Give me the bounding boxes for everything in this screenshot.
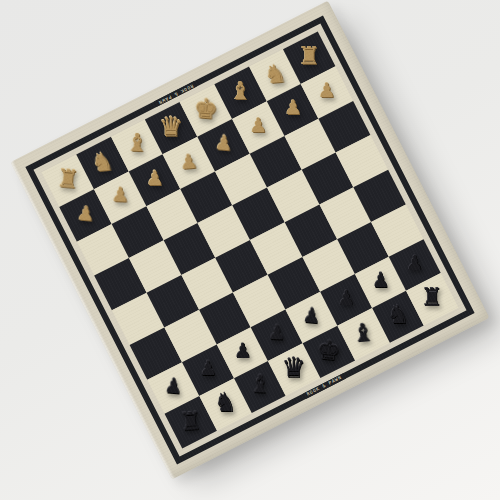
chess-board: ♜♞♝♛♚♝♞♜♟♟♟♟♟♟♟♟♟♟♟♟♟♟♟♟♜♞♝♛♚♝♞♜	[42, 32, 459, 449]
board-frame: ROOK & PAWN ROOK & PAWN ♜♞♝♛♚♝♞♜♟♟♟♟♟♟♟♟…	[25, 15, 474, 464]
white-rook[interactable]: ♜	[290, 36, 329, 75]
black-pawn[interactable]: ♟	[395, 243, 434, 282]
chess-mat: ROOK & PAWN ROOK & PAWN ♜♞♝♛♚♝♞♜♟♟♟♟♟♟♟♟…	[11, 1, 490, 480]
photo-background: ROOK & PAWN ROOK & PAWN ♜♞♝♛♚♝♞♜♟♟♟♟♟♟♟♟…	[0, 0, 500, 500]
black-rook[interactable]: ♜	[413, 278, 452, 317]
white-pawn[interactable]: ♟	[307, 71, 346, 110]
